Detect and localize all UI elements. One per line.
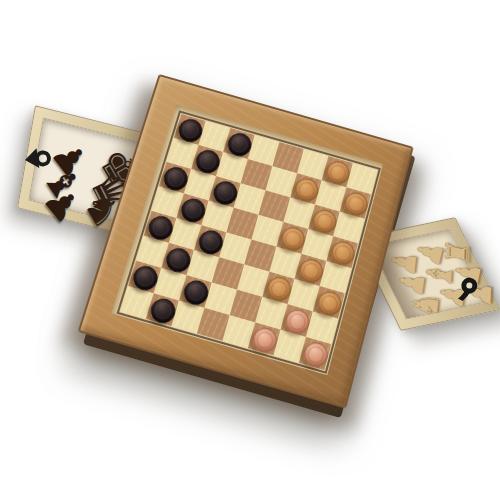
checker-light-f3[interactable] (264, 274, 294, 304)
checker-light-h1[interactable] (301, 339, 331, 370)
checker-light-h3[interactable] (315, 289, 345, 319)
checker-light-g6[interactable] (310, 207, 339, 236)
checker-light-g2[interactable] (282, 307, 312, 337)
checker-dark-b7[interactable] (193, 147, 222, 176)
chess-checkers-box-set: ♚♟♛♝♞♟ ♟♟♜♟♝♟♞♟♟ (0, 0, 500, 500)
checker-dark-b3[interactable] (163, 245, 193, 275)
game-board (78, 74, 414, 409)
checker-dark-a4[interactable] (146, 213, 176, 243)
checker-dark-a6[interactable] (161, 164, 191, 193)
checker-dark-c8[interactable] (225, 130, 254, 159)
checker-light-g8[interactable] (324, 159, 353, 188)
checker-light-h5[interactable] (328, 239, 357, 269)
checker-light-f7[interactable] (292, 176, 321, 205)
checker-dark-a8[interactable] (176, 116, 205, 145)
checker-light-h7[interactable] (342, 190, 371, 219)
checker-dark-c2[interactable] (181, 278, 211, 308)
checker-dark-b1[interactable] (148, 296, 179, 326)
checker-light-g4[interactable] (296, 256, 325, 286)
checker-dark-c4[interactable] (196, 228, 226, 258)
checkers-layer (80, 76, 411, 406)
board-layer (0, 0, 500, 500)
checker-light-f1[interactable] (250, 325, 280, 356)
checker-dark-b5[interactable] (178, 196, 208, 225)
checker-light-f5[interactable] (278, 224, 307, 253)
checker-dark-c6[interactable] (211, 179, 241, 208)
checker-dark-a2[interactable] (130, 263, 161, 293)
